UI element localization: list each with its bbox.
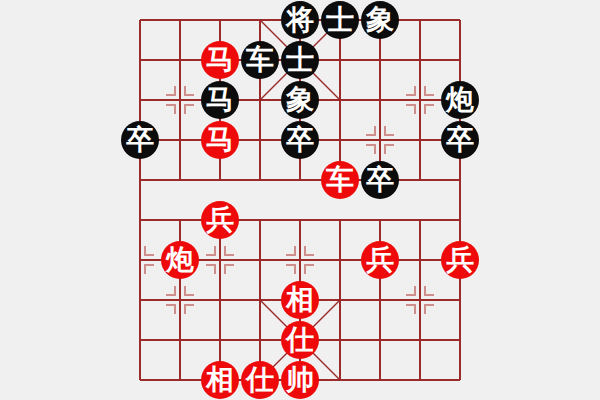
- red-soldier[interactable]: 兵: [201, 201, 239, 239]
- red-elephant[interactable]: 相: [201, 361, 239, 399]
- black-elephant[interactable]: 象: [281, 81, 319, 119]
- red-general[interactable]: 帅: [281, 361, 319, 399]
- black-horse[interactable]: 马: [201, 81, 239, 119]
- black-soldier[interactable]: 卒: [121, 121, 159, 159]
- red-advisor[interactable]: 仕: [281, 321, 319, 359]
- red-cannon[interactable]: 炮: [161, 241, 199, 279]
- black-elephant[interactable]: 象: [361, 1, 399, 39]
- red-chariot[interactable]: 车: [321, 161, 359, 199]
- black-general[interactable]: 将: [281, 1, 319, 39]
- pieces-layer[interactable]: 将士象马车士马象炮卒马卒卒车卒兵炮兵兵相仕相仕帅: [120, 0, 480, 400]
- red-elephant[interactable]: 相: [281, 281, 319, 319]
- black-advisor[interactable]: 士: [321, 1, 359, 39]
- black-advisor[interactable]: 士: [281, 41, 319, 79]
- black-soldier[interactable]: 卒: [281, 121, 319, 159]
- black-chariot[interactable]: 车: [241, 41, 279, 79]
- black-soldier[interactable]: 卒: [441, 121, 479, 159]
- red-soldier[interactable]: 兵: [441, 241, 479, 279]
- xiangqi-game-screen: 将士象马车士马象炮卒马卒卒车卒兵炮兵兵相仕相仕帅: [0, 0, 600, 400]
- black-cannon[interactable]: 炮: [441, 81, 479, 119]
- red-horse[interactable]: 马: [201, 41, 239, 79]
- black-soldier[interactable]: 卒: [361, 161, 399, 199]
- red-horse[interactable]: 马: [201, 121, 239, 159]
- red-advisor[interactable]: 仕: [241, 361, 279, 399]
- red-soldier[interactable]: 兵: [361, 241, 399, 279]
